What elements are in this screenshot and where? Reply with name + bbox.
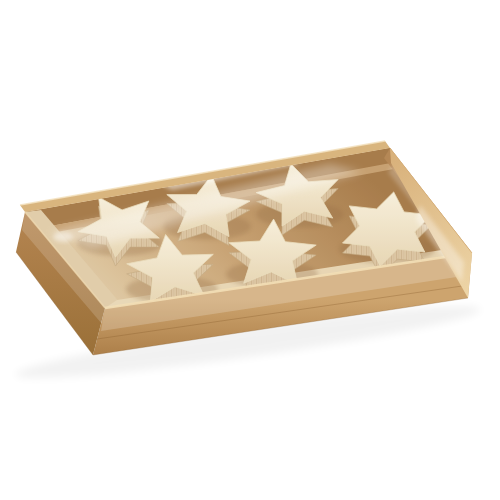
product-photo: [0, 0, 500, 500]
scene-svg: [0, 0, 500, 500]
lid-reflection-spot: [53, 232, 73, 242]
